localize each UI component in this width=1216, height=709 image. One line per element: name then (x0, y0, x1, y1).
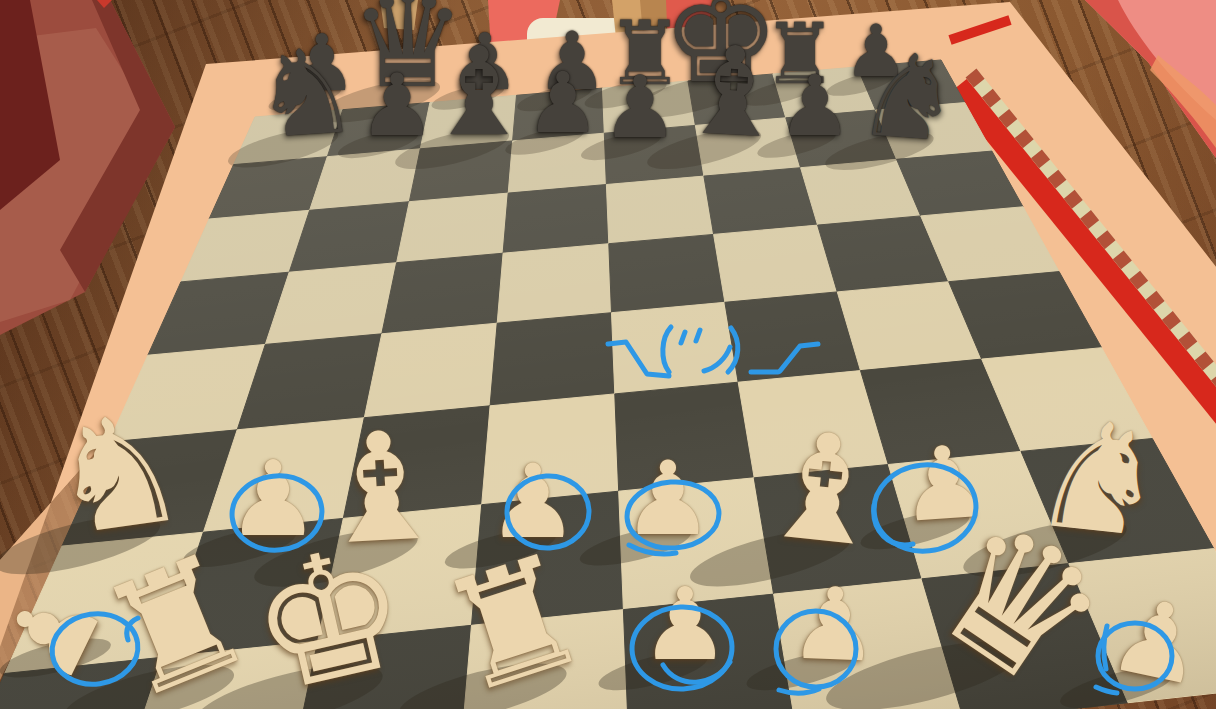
game-scene: ♟♛♟♟♜♚♜♟♞♟♝♟♟♝♟♞♞♟♝♟♟♝♟♞♟♜♚♜♟♟♛♟ (0, 0, 1216, 709)
piece-white-pawn-e1[interactable]: ♟ (635, 575, 735, 675)
piece-black-pawn-d7[interactable]: ♟ (521, 61, 605, 145)
piece-black-pawn-g7[interactable]: ♟ (773, 64, 857, 148)
piece-white-pawn-h1[interactable]: ♟ (1097, 579, 1216, 702)
piece-white-pawn-f1[interactable]: ♟ (783, 573, 886, 676)
piece-white-pawn-e2[interactable]: ♟ (617, 448, 719, 550)
piece-black-knight-h7[interactable]: ♞ (846, 36, 970, 160)
piece-black-knight-a7[interactable]: ♞ (243, 30, 369, 156)
piece-white-bishop-f2[interactable]: ♝ (743, 408, 906, 571)
